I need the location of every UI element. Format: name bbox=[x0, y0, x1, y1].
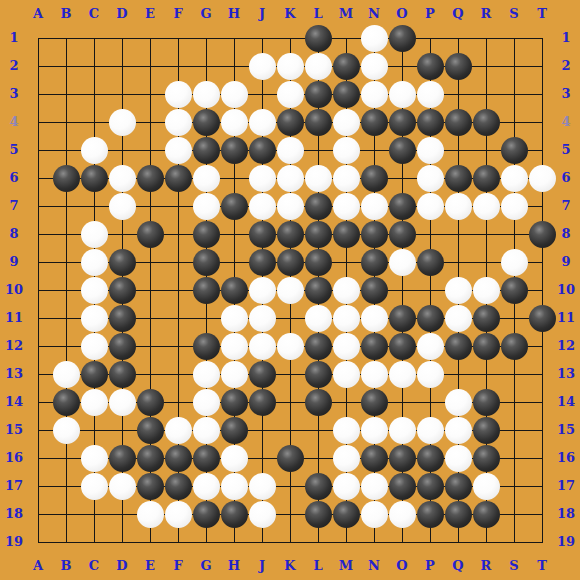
stone-white-K3[interactable] bbox=[277, 81, 304, 108]
stone-white-D17[interactable] bbox=[109, 473, 136, 500]
stone-white-L11[interactable] bbox=[305, 305, 332, 332]
column-label-bottom-S: S bbox=[500, 558, 528, 574]
stone-white-H3[interactable] bbox=[221, 81, 248, 108]
stone-black-K9[interactable] bbox=[277, 249, 304, 276]
column-label-bottom-D: D bbox=[108, 558, 136, 574]
column-label-top-C: C bbox=[80, 6, 108, 22]
stone-black-E16[interactable] bbox=[137, 445, 164, 472]
stone-white-O3[interactable] bbox=[389, 81, 416, 108]
column-label-top-F: F bbox=[164, 6, 192, 22]
stone-white-M16[interactable] bbox=[333, 445, 360, 472]
stone-black-O1[interactable] bbox=[389, 25, 416, 52]
column-label-top-A: A bbox=[24, 6, 52, 22]
stone-black-Q12[interactable] bbox=[445, 333, 472, 360]
stone-black-T11[interactable] bbox=[529, 305, 556, 332]
column-label-bottom-E: E bbox=[136, 558, 164, 574]
stone-black-S12[interactable] bbox=[501, 333, 528, 360]
stone-white-K12[interactable] bbox=[277, 333, 304, 360]
stone-black-C13[interactable] bbox=[81, 361, 108, 388]
stone-black-L4[interactable] bbox=[305, 109, 332, 136]
stone-white-Q7[interactable] bbox=[445, 193, 472, 220]
column-label-top-Q: Q bbox=[444, 6, 472, 22]
stone-black-H15[interactable] bbox=[221, 417, 248, 444]
row-label-left-12: 12 bbox=[0, 338, 28, 354]
stone-white-D6[interactable] bbox=[109, 165, 136, 192]
grid-line-vertical bbox=[542, 38, 543, 543]
row-label-left-15: 15 bbox=[0, 422, 28, 438]
stone-white-J2[interactable] bbox=[249, 53, 276, 80]
stone-black-H5[interactable] bbox=[221, 137, 248, 164]
stone-white-Q14[interactable] bbox=[445, 389, 472, 416]
row-label-right-2: 2 bbox=[552, 58, 580, 74]
stone-black-O5[interactable] bbox=[389, 137, 416, 164]
stone-white-N15[interactable] bbox=[361, 417, 388, 444]
stone-white-N13[interactable] bbox=[361, 361, 388, 388]
stone-black-M2[interactable] bbox=[333, 53, 360, 80]
stone-black-L1[interactable] bbox=[305, 25, 332, 52]
stone-black-H10[interactable] bbox=[221, 277, 248, 304]
column-label-top-G: G bbox=[192, 6, 220, 22]
row-label-right-14: 14 bbox=[552, 394, 580, 410]
column-label-top-P: P bbox=[416, 6, 444, 22]
column-label-top-J: J bbox=[248, 6, 276, 22]
stone-white-F3[interactable] bbox=[165, 81, 192, 108]
stone-white-R10[interactable] bbox=[473, 277, 500, 304]
stone-white-P12[interactable] bbox=[417, 333, 444, 360]
stone-white-R17[interactable] bbox=[473, 473, 500, 500]
stone-black-N16[interactable] bbox=[361, 445, 388, 472]
row-label-right-4: 4 bbox=[552, 114, 580, 130]
stone-white-M12[interactable] bbox=[333, 333, 360, 360]
stone-black-R16[interactable] bbox=[473, 445, 500, 472]
stone-white-C10[interactable] bbox=[81, 277, 108, 304]
stone-black-Q2[interactable] bbox=[445, 53, 472, 80]
stone-black-O4[interactable] bbox=[389, 109, 416, 136]
column-label-top-R: R bbox=[472, 6, 500, 22]
stone-black-Q6[interactable] bbox=[445, 165, 472, 192]
row-label-left-11: 11 bbox=[0, 310, 28, 326]
row-label-right-6: 6 bbox=[552, 170, 580, 186]
stone-black-N10[interactable] bbox=[361, 277, 388, 304]
stone-black-D13[interactable] bbox=[109, 361, 136, 388]
stone-white-D7[interactable] bbox=[109, 193, 136, 220]
column-label-bottom-K: K bbox=[276, 558, 304, 574]
stone-white-N2[interactable] bbox=[361, 53, 388, 80]
column-label-top-K: K bbox=[276, 6, 304, 22]
column-label-bottom-P: P bbox=[416, 558, 444, 574]
stone-white-C17[interactable] bbox=[81, 473, 108, 500]
stone-white-L6[interactable] bbox=[305, 165, 332, 192]
stone-black-O8[interactable] bbox=[389, 221, 416, 248]
stone-white-M4[interactable] bbox=[333, 109, 360, 136]
stone-white-G6[interactable] bbox=[193, 165, 220, 192]
stone-black-J9[interactable] bbox=[249, 249, 276, 276]
row-label-right-16: 16 bbox=[552, 450, 580, 466]
stone-white-O9[interactable] bbox=[389, 249, 416, 276]
stone-black-L9[interactable] bbox=[305, 249, 332, 276]
stone-white-K6[interactable] bbox=[277, 165, 304, 192]
stone-black-G9[interactable] bbox=[193, 249, 220, 276]
row-label-left-10: 10 bbox=[0, 282, 28, 298]
stone-black-D9[interactable] bbox=[109, 249, 136, 276]
stone-black-O7[interactable] bbox=[389, 193, 416, 220]
stone-black-N14[interactable] bbox=[361, 389, 388, 416]
column-label-top-D: D bbox=[108, 6, 136, 22]
stone-white-H4[interactable] bbox=[221, 109, 248, 136]
stone-black-D16[interactable] bbox=[109, 445, 136, 472]
stone-black-Q4[interactable] bbox=[445, 109, 472, 136]
stone-white-L2[interactable] bbox=[305, 53, 332, 80]
stone-black-L12[interactable] bbox=[305, 333, 332, 360]
stone-white-D14[interactable] bbox=[109, 389, 136, 416]
stone-white-N18[interactable] bbox=[361, 501, 388, 528]
stone-white-B13[interactable] bbox=[53, 361, 80, 388]
row-label-right-18: 18 bbox=[552, 506, 580, 522]
stone-black-Q17[interactable] bbox=[445, 473, 472, 500]
stone-black-G8[interactable] bbox=[193, 221, 220, 248]
stone-white-J7[interactable] bbox=[249, 193, 276, 220]
stone-white-Q15[interactable] bbox=[445, 417, 472, 444]
row-label-right-13: 13 bbox=[552, 366, 580, 382]
stone-white-O13[interactable] bbox=[389, 361, 416, 388]
stone-black-D10[interactable] bbox=[109, 277, 136, 304]
stone-black-K4[interactable] bbox=[277, 109, 304, 136]
row-label-right-3: 3 bbox=[552, 86, 580, 102]
stone-white-J6[interactable] bbox=[249, 165, 276, 192]
stone-white-J18[interactable] bbox=[249, 501, 276, 528]
row-label-right-17: 17 bbox=[552, 478, 580, 494]
stone-black-F6[interactable] bbox=[165, 165, 192, 192]
go-board-diagram: AABBCCDDEEFFGGHHJJKKLLMMNNOOPPQQRRSSTT11… bbox=[0, 0, 580, 580]
stone-black-L14[interactable] bbox=[305, 389, 332, 416]
stone-white-C12[interactable] bbox=[81, 333, 108, 360]
stone-white-H17[interactable] bbox=[221, 473, 248, 500]
stone-black-K8[interactable] bbox=[277, 221, 304, 248]
stone-white-P13[interactable] bbox=[417, 361, 444, 388]
stone-black-O12[interactable] bbox=[389, 333, 416, 360]
stone-white-M6[interactable] bbox=[333, 165, 360, 192]
row-label-left-9: 9 bbox=[0, 254, 28, 270]
row-label-left-3: 3 bbox=[0, 86, 28, 102]
stone-black-G12[interactable] bbox=[193, 333, 220, 360]
stone-white-Q16[interactable] bbox=[445, 445, 472, 472]
stone-white-M13[interactable] bbox=[333, 361, 360, 388]
stone-white-F4[interactable] bbox=[165, 109, 192, 136]
stone-white-Q11[interactable] bbox=[445, 305, 472, 332]
column-label-bottom-H: H bbox=[220, 558, 248, 574]
grid-line-horizontal bbox=[38, 542, 543, 543]
stone-black-R11[interactable] bbox=[473, 305, 500, 332]
stone-white-P15[interactable] bbox=[417, 417, 444, 444]
column-label-bottom-G: G bbox=[192, 558, 220, 574]
stone-black-P2[interactable] bbox=[417, 53, 444, 80]
stone-black-N12[interactable] bbox=[361, 333, 388, 360]
row-label-left-2: 2 bbox=[0, 58, 28, 74]
stone-black-R6[interactable] bbox=[473, 165, 500, 192]
row-label-left-1: 1 bbox=[0, 30, 28, 46]
stone-white-K10[interactable] bbox=[277, 277, 304, 304]
column-label-top-E: E bbox=[136, 6, 164, 22]
row-label-right-8: 8 bbox=[552, 226, 580, 242]
column-label-bottom-J: J bbox=[248, 558, 276, 574]
row-label-left-18: 18 bbox=[0, 506, 28, 522]
stone-white-H13[interactable] bbox=[221, 361, 248, 388]
stone-black-L18[interactable] bbox=[305, 501, 332, 528]
column-label-top-B: B bbox=[52, 6, 80, 22]
stone-white-H11[interactable] bbox=[221, 305, 248, 332]
stone-black-J14[interactable] bbox=[249, 389, 276, 416]
stone-white-N17[interactable] bbox=[361, 473, 388, 500]
stone-white-M10[interactable] bbox=[333, 277, 360, 304]
stone-white-D4[interactable] bbox=[109, 109, 136, 136]
stone-white-O18[interactable] bbox=[389, 501, 416, 528]
stone-black-O11[interactable] bbox=[389, 305, 416, 332]
stone-black-M18[interactable] bbox=[333, 501, 360, 528]
stone-black-T8[interactable] bbox=[529, 221, 556, 248]
stone-white-C16[interactable] bbox=[81, 445, 108, 472]
stone-white-J17[interactable] bbox=[249, 473, 276, 500]
stone-white-M5[interactable] bbox=[333, 137, 360, 164]
stone-white-C5[interactable] bbox=[81, 137, 108, 164]
stone-black-E17[interactable] bbox=[137, 473, 164, 500]
stone-black-F16[interactable] bbox=[165, 445, 192, 472]
row-label-right-1: 1 bbox=[552, 30, 580, 46]
row-label-right-12: 12 bbox=[552, 338, 580, 354]
stone-white-R7[interactable] bbox=[473, 193, 500, 220]
stone-black-L3[interactable] bbox=[305, 81, 332, 108]
stone-white-M7[interactable] bbox=[333, 193, 360, 220]
row-label-right-19: 19 bbox=[552, 534, 580, 550]
stone-white-Q10[interactable] bbox=[445, 277, 472, 304]
stone-black-P11[interactable] bbox=[417, 305, 444, 332]
stone-white-G15[interactable] bbox=[193, 417, 220, 444]
stone-white-C14[interactable] bbox=[81, 389, 108, 416]
stone-black-J8[interactable] bbox=[249, 221, 276, 248]
column-label-top-L: L bbox=[304, 6, 332, 22]
stone-black-H7[interactable] bbox=[221, 193, 248, 220]
stone-white-J12[interactable] bbox=[249, 333, 276, 360]
column-label-bottom-Q: Q bbox=[444, 558, 472, 574]
stone-white-J4[interactable] bbox=[249, 109, 276, 136]
stone-black-S5[interactable] bbox=[501, 137, 528, 164]
stone-white-J10[interactable] bbox=[249, 277, 276, 304]
stone-black-P18[interactable] bbox=[417, 501, 444, 528]
stone-black-N4[interactable] bbox=[361, 109, 388, 136]
stone-black-H18[interactable] bbox=[221, 501, 248, 528]
stone-black-G10[interactable] bbox=[193, 277, 220, 304]
stone-white-S6[interactable] bbox=[501, 165, 528, 192]
stone-black-R4[interactable] bbox=[473, 109, 500, 136]
stone-white-N1[interactable] bbox=[361, 25, 388, 52]
stone-white-F15[interactable] bbox=[165, 417, 192, 444]
stone-black-S10[interactable] bbox=[501, 277, 528, 304]
stone-black-D12[interactable] bbox=[109, 333, 136, 360]
stone-white-M17[interactable] bbox=[333, 473, 360, 500]
stone-black-E8[interactable] bbox=[137, 221, 164, 248]
stone-white-P3[interactable] bbox=[417, 81, 444, 108]
row-label-left-17: 17 bbox=[0, 478, 28, 494]
row-label-right-7: 7 bbox=[552, 198, 580, 214]
column-label-top-M: M bbox=[332, 6, 360, 22]
stone-white-P6[interactable] bbox=[417, 165, 444, 192]
stone-black-L17[interactable] bbox=[305, 473, 332, 500]
stone-white-G17[interactable] bbox=[193, 473, 220, 500]
stone-black-B14[interactable] bbox=[53, 389, 80, 416]
column-label-top-S: S bbox=[500, 6, 528, 22]
column-label-bottom-A: A bbox=[24, 558, 52, 574]
stone-black-N6[interactable] bbox=[361, 165, 388, 192]
stone-black-L10[interactable] bbox=[305, 277, 332, 304]
row-label-left-7: 7 bbox=[0, 198, 28, 214]
stone-black-L7[interactable] bbox=[305, 193, 332, 220]
stone-black-D11[interactable] bbox=[109, 305, 136, 332]
stone-black-O16[interactable] bbox=[389, 445, 416, 472]
stone-black-M8[interactable] bbox=[333, 221, 360, 248]
column-label-bottom-O: O bbox=[388, 558, 416, 574]
row-label-left-16: 16 bbox=[0, 450, 28, 466]
row-label-left-4: 4 bbox=[0, 114, 28, 130]
stone-black-J13[interactable] bbox=[249, 361, 276, 388]
row-label-right-15: 15 bbox=[552, 422, 580, 438]
stone-black-G4[interactable] bbox=[193, 109, 220, 136]
stone-white-C9[interactable] bbox=[81, 249, 108, 276]
stone-black-E6[interactable] bbox=[137, 165, 164, 192]
stone-black-L13[interactable] bbox=[305, 361, 332, 388]
row-label-right-10: 10 bbox=[552, 282, 580, 298]
stone-black-R15[interactable] bbox=[473, 417, 500, 444]
row-label-right-9: 9 bbox=[552, 254, 580, 270]
stone-black-G5[interactable] bbox=[193, 137, 220, 164]
column-label-bottom-R: R bbox=[472, 558, 500, 574]
stone-white-K5[interactable] bbox=[277, 137, 304, 164]
column-label-bottom-B: B bbox=[52, 558, 80, 574]
row-label-right-11: 11 bbox=[552, 310, 580, 326]
stone-black-P9[interactable] bbox=[417, 249, 444, 276]
stone-black-L8[interactable] bbox=[305, 221, 332, 248]
stone-black-J5[interactable] bbox=[249, 137, 276, 164]
row-label-left-13: 13 bbox=[0, 366, 28, 382]
stone-white-M15[interactable] bbox=[333, 417, 360, 444]
stone-white-B15[interactable] bbox=[53, 417, 80, 444]
stone-white-P5[interactable] bbox=[417, 137, 444, 164]
stone-black-E14[interactable] bbox=[137, 389, 164, 416]
row-label-left-6: 6 bbox=[0, 170, 28, 186]
column-label-bottom-C: C bbox=[80, 558, 108, 574]
stone-black-R12[interactable] bbox=[473, 333, 500, 360]
stone-black-M3[interactable] bbox=[333, 81, 360, 108]
stone-white-O15[interactable] bbox=[389, 417, 416, 444]
stone-white-C8[interactable] bbox=[81, 221, 108, 248]
stone-white-F18[interactable] bbox=[165, 501, 192, 528]
column-label-bottom-M: M bbox=[332, 558, 360, 574]
stone-white-G7[interactable] bbox=[193, 193, 220, 220]
stone-white-S9[interactable] bbox=[501, 249, 528, 276]
stone-white-G3[interactable] bbox=[193, 81, 220, 108]
stone-black-P17[interactable] bbox=[417, 473, 444, 500]
stone-white-N7[interactable] bbox=[361, 193, 388, 220]
row-label-left-19: 19 bbox=[0, 534, 28, 550]
stone-white-K7[interactable] bbox=[277, 193, 304, 220]
stone-white-N11[interactable] bbox=[361, 305, 388, 332]
stone-black-P16[interactable] bbox=[417, 445, 444, 472]
stone-black-E15[interactable] bbox=[137, 417, 164, 444]
row-label-left-14: 14 bbox=[0, 394, 28, 410]
stone-white-H12[interactable] bbox=[221, 333, 248, 360]
row-label-left-8: 8 bbox=[0, 226, 28, 242]
column-label-bottom-L: L bbox=[304, 558, 332, 574]
stone-white-P7[interactable] bbox=[417, 193, 444, 220]
stone-black-K16[interactable] bbox=[277, 445, 304, 472]
stone-black-R14[interactable] bbox=[473, 389, 500, 416]
stone-black-N9[interactable] bbox=[361, 249, 388, 276]
stone-black-N8[interactable] bbox=[361, 221, 388, 248]
column-label-top-N: N bbox=[360, 6, 388, 22]
stone-white-F5[interactable] bbox=[165, 137, 192, 164]
stone-black-F17[interactable] bbox=[165, 473, 192, 500]
stone-white-K2[interactable] bbox=[277, 53, 304, 80]
stone-black-P4[interactable] bbox=[417, 109, 444, 136]
stone-white-M11[interactable] bbox=[333, 305, 360, 332]
stone-black-B6[interactable] bbox=[53, 165, 80, 192]
column-label-bottom-F: F bbox=[164, 558, 192, 574]
stone-black-O17[interactable] bbox=[389, 473, 416, 500]
column-label-bottom-N: N bbox=[360, 558, 388, 574]
stone-black-G16[interactable] bbox=[193, 445, 220, 472]
stone-white-N3[interactable] bbox=[361, 81, 388, 108]
stone-white-C11[interactable] bbox=[81, 305, 108, 332]
column-label-bottom-T: T bbox=[528, 558, 556, 574]
stone-white-H16[interactable] bbox=[221, 445, 248, 472]
stone-white-G14[interactable] bbox=[193, 389, 220, 416]
stone-black-H14[interactable] bbox=[221, 389, 248, 416]
stone-black-Q18[interactable] bbox=[445, 501, 472, 528]
stone-white-S7[interactable] bbox=[501, 193, 528, 220]
stone-white-T6[interactable] bbox=[529, 165, 556, 192]
stone-white-G13[interactable] bbox=[193, 361, 220, 388]
column-label-top-T: T bbox=[528, 6, 556, 22]
column-label-top-H: H bbox=[220, 6, 248, 22]
stone-black-C6[interactable] bbox=[81, 165, 108, 192]
stone-white-J11[interactable] bbox=[249, 305, 276, 332]
stone-white-E18[interactable] bbox=[137, 501, 164, 528]
column-label-top-O: O bbox=[388, 6, 416, 22]
stone-black-G18[interactable] bbox=[193, 501, 220, 528]
row-label-left-5: 5 bbox=[0, 142, 28, 158]
row-label-right-5: 5 bbox=[552, 142, 580, 158]
stone-black-R18[interactable] bbox=[473, 501, 500, 528]
